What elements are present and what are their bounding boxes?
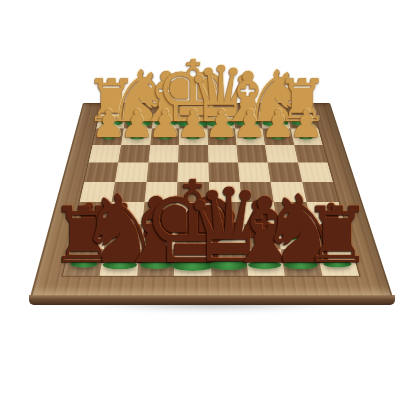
- square-g2: [121, 129, 151, 145]
- square-e2: [179, 129, 208, 145]
- square-g3: [118, 145, 150, 163]
- square-b1: [260, 113, 290, 128]
- square-b4: [268, 163, 302, 182]
- square-b2: [263, 129, 294, 145]
- square-f2: [150, 129, 179, 145]
- square-g1: [124, 113, 153, 128]
- square-e3: [178, 145, 208, 163]
- square-d1: [207, 113, 235, 128]
- square-d5: [209, 182, 242, 203]
- square-c1: [234, 113, 263, 128]
- square-c2: [235, 129, 265, 145]
- square-h2: [93, 129, 124, 145]
- square-e5: [177, 182, 209, 203]
- square-a3: [294, 145, 328, 163]
- square-e4: [177, 163, 208, 182]
- square-f3: [148, 145, 179, 163]
- square-e8: [174, 249, 211, 276]
- square-a6: [306, 202, 345, 224]
- square-c6: [241, 202, 277, 224]
- square-f7: [140, 225, 176, 249]
- square-a7: [311, 225, 352, 249]
- square-a2: [290, 129, 322, 145]
- square-f8: [137, 249, 175, 276]
- square-g8: [100, 249, 140, 276]
- square-a4: [298, 163, 333, 182]
- square-h3: [89, 145, 122, 163]
- square-e1: [179, 113, 207, 128]
- square-c4: [238, 163, 271, 182]
- square-b5: [271, 182, 307, 203]
- product-photo-scene: ♜♞♝♚♛♝♞♜♟♟♟♟♟♟♟♟♟♟♟♟♟♟♟♟♜♞♝♚♛♝♞♜: [0, 0, 416, 416]
- board-squares: [63, 113, 359, 275]
- square-a8: [316, 249, 359, 276]
- square-c5: [240, 182, 274, 203]
- square-a1: [287, 113, 318, 128]
- square-b8: [281, 249, 322, 276]
- square-b7: [277, 225, 316, 249]
- square-d3: [208, 145, 238, 163]
- square-c3: [236, 145, 267, 163]
- square-b6: [274, 202, 311, 224]
- square-b3: [265, 145, 298, 163]
- square-d7: [210, 225, 246, 249]
- square-g7: [104, 225, 142, 249]
- square-d8: [210, 249, 248, 276]
- square-d6: [209, 202, 243, 224]
- square-g6: [108, 202, 144, 224]
- square-h8: [63, 249, 104, 276]
- square-h4: [84, 163, 118, 182]
- square-a5: [302, 182, 339, 203]
- square-f6: [142, 202, 177, 224]
- square-e7: [175, 225, 210, 249]
- square-d2: [207, 129, 236, 145]
- square-g5: [112, 182, 146, 203]
- square-h6: [74, 202, 111, 224]
- square-f1: [152, 113, 180, 128]
- square-e6: [176, 202, 210, 224]
- square-h7: [69, 225, 108, 249]
- square-c8: [246, 249, 285, 276]
- square-d4: [208, 163, 240, 182]
- square-h5: [80, 182, 116, 203]
- square-g4: [115, 163, 148, 182]
- square-f5: [144, 182, 177, 203]
- square-f4: [146, 163, 178, 182]
- square-c7: [243, 225, 281, 249]
- chess-board: [30, 103, 393, 297]
- square-h1: [96, 113, 126, 128]
